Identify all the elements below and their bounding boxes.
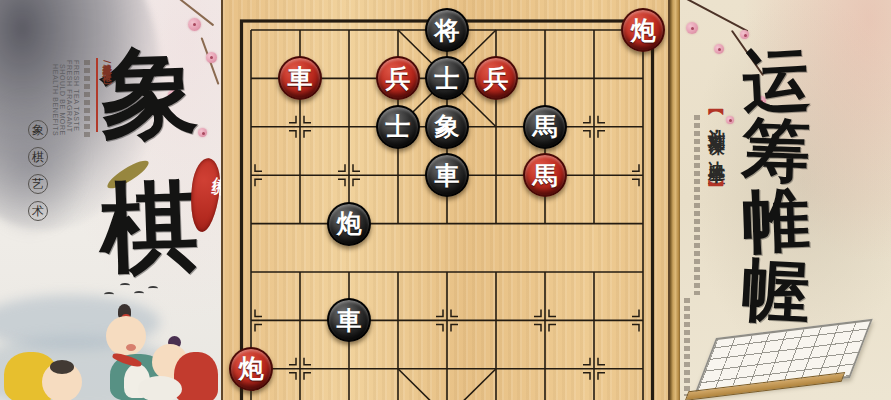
piece-glyph: 兵 [484,66,509,91]
motto-rule-line [96,58,98,132]
piece-red-炮[interactable]: 炮 [229,347,273,391]
piece-glyph: 士 [435,66,460,91]
plum-blossom-icon [686,22,698,34]
english-tagline-2: SHOULD BE MORE HEALTH BENEFITS [52,64,66,152]
circle-char: 棋 [28,147,48,167]
plum-blossom-icon [714,44,724,54]
slogan-close-bracket: 】 [707,168,727,171]
piece-glyph: 炮 [337,211,362,236]
rtitle-char-chou: 筹 [741,115,811,185]
piece-red-馬[interactable]: 馬 [523,153,567,197]
piece-black-将[interactable]: 将 [425,8,469,52]
piece-glyph: 士 [386,114,411,139]
plum-blossom-icon [188,18,201,31]
bird-icon [148,286,158,291]
piece-black-炮[interactable]: 炮 [327,202,371,246]
bird-icon [120,283,130,288]
english-tagline-1: FRESH TEA TASTE FRESH FRAGRANT [66,60,80,148]
child-teal-head [106,316,146,356]
rtitle-char-wo: 幄 [740,254,811,325]
piece-black-象[interactable]: 象 [425,105,469,149]
piece-black-士[interactable]: 士 [376,105,420,149]
piece-glyph: 将 [435,18,460,43]
child-yellow-hair [50,360,74,374]
piece-glyph: 馬 [533,114,558,139]
plum-blossom-icon [206,52,217,63]
piece-black-車[interactable]: 車 [425,153,469,197]
game-board-blob [138,376,182,400]
tiny-text-column [684,298,690,396]
piece-red-炮[interactable]: 炮 [621,8,665,52]
rtitle-char-wei: 帷 [741,185,811,255]
piece-glyph: 車 [337,308,362,333]
rtitle-char-yun: 运 [740,44,811,115]
piece-glyph: 炮 [631,18,656,43]
piece-glyph: 炮 [239,356,264,381]
slogan-column: 【 计划筹谋，决胜千里 】 [706,103,729,171]
tiny-text-column [694,115,700,295]
piece-glyph: 象 [435,114,460,139]
poster-title-char-xiang: 象 [98,42,199,143]
slogan-text: 计划筹谋，决胜千里 [707,115,727,159]
tiny-text-column [84,60,90,138]
gold-edge-strip [670,0,680,400]
circle-char: 象 [28,120,48,140]
child-teal-cheek [126,344,136,351]
piece-black-馬[interactable]: 馬 [523,105,567,149]
slogan-open-bracket: 【 [707,103,727,106]
piece-glyph: 車 [288,66,313,91]
bird-icon [104,292,114,297]
tradition-seal-text: 传统 [201,164,221,175]
piece-glyph: 兵 [386,66,411,91]
motto-text: 善博弈者/得天下也 [100,56,113,140]
poster-title-char-qi: 棋 [98,176,199,277]
circle-char: 术 [28,201,48,221]
bird-icon [134,291,144,296]
circle-char: 艺 [28,174,48,194]
left-poster: 象 棋 善博弈者/得天下也 FRESH TEA TASTE FRESH FRAG… [0,0,221,400]
piece-glyph: 馬 [533,163,558,188]
xiangqi-board: 将炮車兵士兵士象馬車馬炮車炮 [221,0,670,400]
right-poster: 运 筹 帷 幄 【 计划筹谋，决胜千里 】 [670,0,891,400]
plum-blossom-icon [740,30,749,39]
piece-glyph: 車 [435,163,460,188]
xiangqi-promo-screenshot: 象 棋 善博弈者/得天下也 FRESH TEA TASTE FRESH FRAG… [0,0,891,400]
